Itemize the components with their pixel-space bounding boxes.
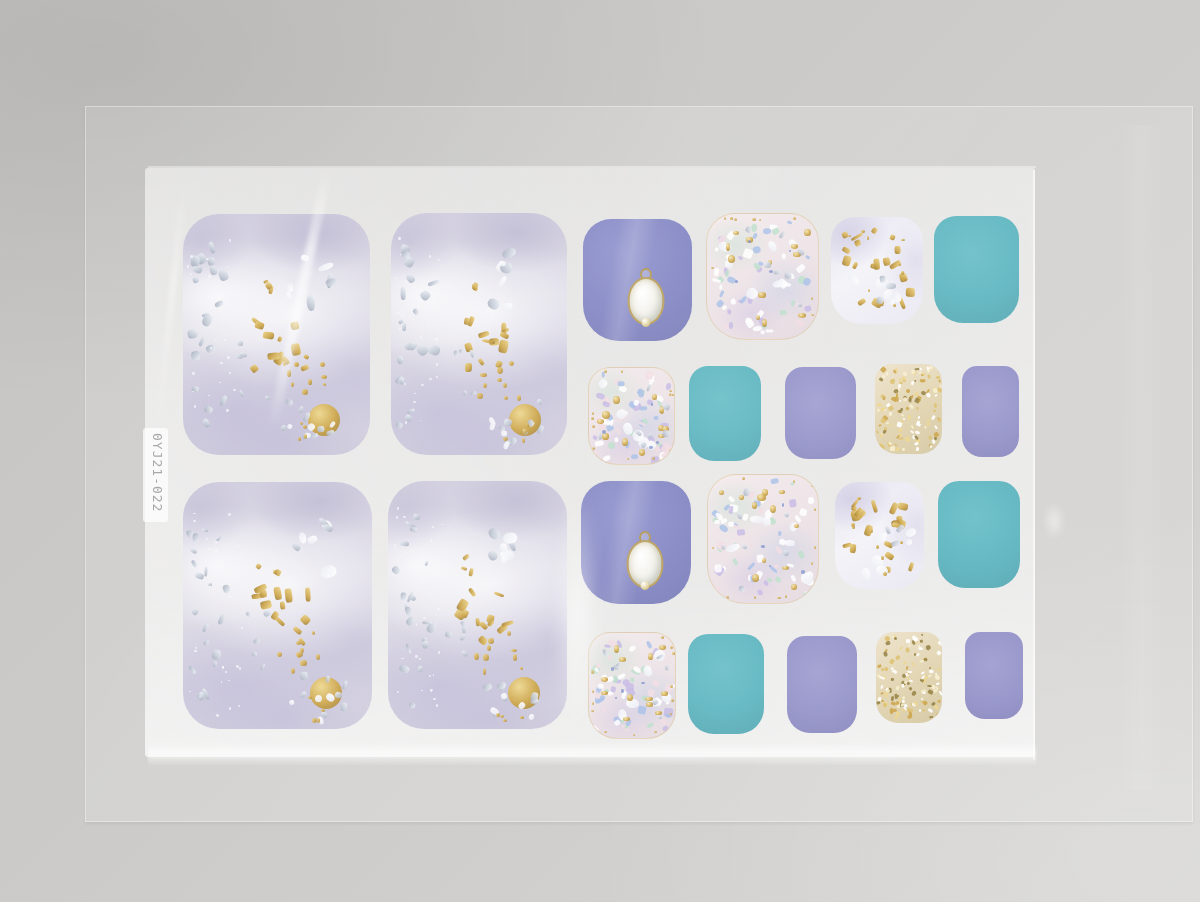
- foil-flake: [882, 703, 887, 707]
- foil-flake: [617, 708, 627, 721]
- foil-flake: [482, 682, 493, 692]
- foil-flake: [425, 620, 438, 634]
- foil-flake: [875, 276, 891, 291]
- foil-flake: [880, 276, 886, 283]
- foil-flake: [616, 674, 623, 681]
- foil-flake: [779, 490, 785, 494]
- foil-flake: [651, 403, 653, 406]
- foil-flake: [904, 681, 908, 684]
- foil-flake: [187, 664, 196, 674]
- foil-flake: [194, 405, 196, 407]
- foil-flake: [738, 299, 744, 304]
- foil-flake: [636, 390, 645, 395]
- foil-flake: [215, 541, 217, 543]
- foil-flake: [737, 529, 745, 536]
- foil-flake: [761, 545, 765, 549]
- foil-flake: [649, 697, 661, 708]
- foil-flake: [664, 707, 674, 717]
- foil-flake: [606, 418, 615, 427]
- foil-flake: [778, 231, 786, 240]
- foil-flake: [487, 645, 491, 650]
- foil-flake: [520, 667, 524, 670]
- foil-flake: [811, 297, 813, 300]
- foil-flake: [880, 366, 886, 372]
- foil-flake: [763, 228, 772, 234]
- foil-flake: [933, 436, 937, 440]
- foil-flake: [318, 716, 325, 725]
- foil-flake: [880, 667, 884, 671]
- foil-flake: [422, 637, 428, 643]
- foil-flake: [897, 297, 905, 310]
- foil-flake: [454, 609, 467, 621]
- nail-sticker-gold-foil: [831, 217, 923, 324]
- foil-flake: [461, 553, 470, 561]
- foil-flake: [890, 540, 900, 548]
- foil-flake: [198, 336, 206, 347]
- foil-flake: [807, 497, 813, 504]
- foil-flake: [500, 694, 509, 702]
- foil-flake: [886, 689, 891, 694]
- foil-flake: [901, 239, 904, 241]
- foil-flake: [437, 608, 440, 611]
- foil-flake: [793, 217, 796, 220]
- foil-flake: [218, 268, 230, 282]
- foil-flake: [294, 362, 299, 367]
- foil-flake: [193, 520, 196, 522]
- nail-sticker-teal: [938, 481, 1020, 588]
- foil-flake: [190, 273, 192, 275]
- foil-flake: [186, 529, 195, 538]
- foil-flake: [857, 497, 861, 500]
- foil-flake: [848, 235, 850, 237]
- foil-flake: [895, 524, 904, 534]
- foil-flake: [878, 424, 881, 427]
- foil-flake: [655, 698, 662, 704]
- foil-flake: [339, 702, 347, 713]
- foil-flake: [500, 715, 504, 718]
- foil-flake: [919, 371, 923, 375]
- foil-flake: [847, 274, 861, 286]
- foil-flake: [229, 372, 231, 374]
- foil-flake: [762, 319, 767, 327]
- foil-flake: [501, 620, 513, 627]
- foil-flake: [914, 397, 920, 403]
- foil-flake: [304, 432, 312, 439]
- bag-right-sheen: [1118, 125, 1164, 790]
- foil-flake: [421, 384, 424, 386]
- foil-flake: [922, 678, 928, 684]
- foil-flake: [756, 554, 764, 563]
- foil-flake: [191, 559, 199, 568]
- foil-flake: [317, 261, 334, 273]
- foil-flake: [189, 691, 192, 693]
- foil-flake: [274, 354, 285, 366]
- foil-flake: [891, 396, 897, 402]
- foil-flake: [726, 243, 731, 251]
- foil-flake: [757, 494, 765, 501]
- foil-flake: [725, 541, 741, 553]
- foil-flake: [596, 392, 606, 400]
- foil-flake: [213, 294, 215, 297]
- foil-flake: [889, 708, 894, 713]
- foil-flake: [260, 600, 272, 610]
- foil-flake: [527, 418, 536, 427]
- foil-flake: [202, 529, 209, 533]
- foil-flake: [721, 305, 727, 311]
- foil-flake: [901, 709, 906, 712]
- foil-flake: [662, 402, 671, 410]
- foil-flake: [533, 699, 540, 706]
- foil-flake: [842, 246, 851, 254]
- foil-flake: [523, 429, 527, 434]
- foil-flake: [938, 384, 942, 388]
- foil-flake: [637, 436, 650, 449]
- foil-flake: [600, 396, 611, 407]
- foil-flake: [914, 702, 918, 706]
- foil-flake: [471, 283, 477, 290]
- foil-flake: [897, 410, 899, 413]
- foil-flake: [620, 673, 627, 679]
- foil-flake: [329, 420, 337, 428]
- foil-flake: [658, 434, 665, 438]
- foil-flake: [794, 524, 799, 528]
- foil-flake: [914, 430, 920, 434]
- foil-flake: [925, 392, 931, 398]
- foil-flake: [767, 240, 778, 253]
- foil-flake: [717, 237, 725, 245]
- foil-flake: [421, 690, 423, 692]
- foil-flake: [418, 304, 420, 306]
- foil-flake: [283, 361, 286, 366]
- foil-flake: [923, 709, 926, 713]
- foil-flake: [765, 330, 773, 333]
- foil-flake: [398, 664, 410, 675]
- foil-flake: [195, 647, 198, 649]
- foil-flake: [933, 409, 937, 413]
- foil-flake: [236, 665, 239, 668]
- foil-flake: [790, 300, 796, 307]
- foil-flake: [778, 530, 782, 536]
- foil-flake: [911, 635, 917, 641]
- foil-flake: [878, 403, 882, 406]
- foil-flake: [648, 373, 655, 380]
- foil-flake: [420, 336, 422, 338]
- foil-flake: [729, 503, 739, 512]
- foil-flake: [303, 412, 311, 423]
- foil-flake: [613, 664, 620, 670]
- foil-flake: [326, 694, 335, 702]
- foil-flake: [616, 427, 621, 434]
- nail-sticker-purple-gem: [581, 481, 691, 604]
- foil-flake: [493, 710, 500, 718]
- foil-flake: [396, 516, 398, 519]
- foil-flake: [296, 641, 300, 645]
- foil-flake: [476, 618, 481, 626]
- foil-flake: [922, 700, 928, 706]
- foil-flake: [934, 675, 939, 679]
- foil-flake: [619, 385, 629, 393]
- foil-flake: [882, 374, 886, 379]
- foil-flake: [595, 685, 603, 694]
- foil-flake: [884, 666, 890, 672]
- foil-flake: [711, 509, 721, 518]
- foil-flake: [398, 377, 404, 385]
- foil-flake: [909, 708, 914, 713]
- foil-flake: [770, 505, 776, 513]
- foil-flake: [896, 435, 900, 440]
- foil-flake: [662, 429, 670, 437]
- foil-flake: [479, 621, 489, 631]
- foil-flake: [711, 267, 714, 269]
- foil-flake: [438, 259, 440, 261]
- foil-flake: [884, 540, 894, 548]
- foil-flake: [273, 570, 278, 575]
- foil-flake: [317, 517, 329, 529]
- foil-flake: [899, 378, 902, 383]
- foil-flake: [720, 565, 727, 572]
- foil-flake: [262, 279, 268, 284]
- foil-flake: [879, 677, 884, 681]
- foil-flake: [899, 399, 902, 402]
- foil-flake: [913, 640, 918, 644]
- foil-flake: [889, 659, 895, 665]
- foil-flake: [752, 246, 760, 254]
- foil-flake: [672, 652, 675, 654]
- foil-flake: [903, 371, 909, 376]
- foil-flake: [602, 648, 609, 656]
- nail-sticker-pastel-glitter: [588, 632, 676, 739]
- foil-flake: [901, 271, 904, 275]
- foil-flake: [498, 339, 509, 353]
- foil-flake: [733, 231, 739, 236]
- foil-flake: [300, 660, 307, 665]
- foil-flake: [480, 373, 487, 377]
- foil-flake: [309, 433, 319, 439]
- foil-flake: [800, 572, 814, 585]
- foil-flake: [654, 731, 657, 734]
- foil-flake: [464, 391, 468, 396]
- foil-flake: [715, 247, 720, 252]
- foil-flake: [486, 297, 501, 311]
- foil-flake: [914, 652, 917, 655]
- foil-flake: [404, 602, 410, 611]
- foil-flake: [306, 422, 316, 432]
- foil-flake: [919, 379, 923, 383]
- foil-flake: [898, 410, 903, 414]
- foil-flake: [224, 339, 226, 341]
- foil-flake: [410, 526, 418, 533]
- foil-flake: [602, 433, 609, 439]
- foil-flake: [791, 482, 795, 486]
- foil-flake: [902, 274, 908, 281]
- nail-sticker-teal: [934, 216, 1019, 323]
- foil-flake: [502, 532, 517, 544]
- foil-flake: [842, 542, 851, 548]
- foil-flake: [911, 662, 916, 667]
- foil-flake: [890, 667, 894, 671]
- foil-flake: [787, 563, 795, 568]
- foil-flake: [791, 243, 797, 249]
- foil-flake: [914, 435, 919, 441]
- foil-flake: [421, 282, 423, 284]
- foil-flake: [907, 643, 911, 647]
- foil-flake: [400, 541, 410, 547]
- foil-flake: [417, 666, 424, 673]
- foil-flake: [202, 687, 211, 700]
- foil-flake: [639, 449, 645, 456]
- foil-flake: [717, 234, 727, 245]
- foil-flake: [897, 695, 900, 698]
- foil-flake: [746, 237, 754, 242]
- foil-flake: [456, 598, 469, 612]
- foil-flake: [900, 702, 905, 707]
- foil-flake: [404, 521, 415, 529]
- foil-flake: [613, 396, 620, 404]
- foil-flake: [306, 295, 316, 312]
- nail-sticker-marble: [388, 481, 567, 729]
- foil-flake: [262, 610, 271, 619]
- foil-flake: [494, 591, 505, 597]
- foil-flake: [227, 303, 229, 305]
- foil-flake: [849, 543, 856, 552]
- foil-flake: [203, 639, 210, 646]
- foil-flake: [931, 414, 936, 419]
- foil-flake: [433, 674, 435, 676]
- foil-flake: [888, 405, 894, 410]
- foil-flake: [913, 435, 918, 440]
- foil-flake: [607, 690, 614, 696]
- foil-flake: [276, 336, 282, 343]
- foil-flake: [308, 379, 312, 385]
- foil-flake: [496, 623, 508, 634]
- foil-flake: [219, 382, 221, 384]
- foil-flake: [886, 371, 890, 375]
- foil-flake: [742, 477, 745, 480]
- foil-flake: [749, 575, 757, 584]
- foil-flake: [774, 270, 782, 275]
- foil-flake: [793, 301, 800, 307]
- foil-flake: [782, 566, 789, 570]
- foil-flake: [772, 278, 787, 288]
- foil-flake: [397, 507, 399, 510]
- foil-flake: [307, 534, 319, 545]
- foil-flake: [639, 389, 645, 395]
- foil-flake: [910, 395, 913, 399]
- foil-flake: [631, 669, 640, 675]
- foil-flake: [788, 499, 796, 508]
- foil-flake: [814, 508, 816, 511]
- foil-flake: [886, 637, 890, 641]
- foil-flake: [900, 407, 904, 411]
- foil-flake: [262, 331, 274, 340]
- foil-flake: [789, 272, 796, 279]
- foil-flake: [919, 660, 924, 663]
- foil-flake: [713, 517, 720, 524]
- foil-flake: [637, 706, 646, 716]
- foil-flake: [604, 644, 611, 648]
- foil-flake: [930, 444, 932, 447]
- foil-flake: [629, 644, 637, 652]
- foil-flake: [883, 415, 889, 421]
- nail-sticker-teal: [689, 366, 761, 461]
- foil-flake: [592, 434, 598, 440]
- foil-flake: [436, 704, 438, 707]
- foil-flake: [317, 718, 321, 723]
- foil-flake: [647, 436, 656, 443]
- foil-flake: [929, 669, 934, 674]
- foil-flake: [509, 404, 541, 436]
- foil-flake: [767, 578, 773, 583]
- foil-flake: [300, 648, 303, 652]
- foil-flake: [596, 663, 601, 668]
- foil-flake: [897, 519, 906, 529]
- foil-flake: [201, 623, 209, 633]
- foil-flake: [895, 246, 901, 254]
- foil-flake: [228, 513, 231, 516]
- foil-flake: [907, 714, 913, 719]
- foil-flake: [659, 645, 666, 650]
- foil-flake: [469, 350, 474, 358]
- foil-flake: [592, 690, 594, 693]
- foil-flake: [406, 591, 415, 604]
- foil-flake: [602, 401, 607, 406]
- foil-flake: [499, 261, 513, 274]
- foil-flake: [755, 266, 763, 274]
- foil-flake: [876, 701, 881, 706]
- foil-flake: [403, 255, 415, 268]
- foil-flake: [291, 668, 295, 674]
- foil-flake: [883, 572, 887, 576]
- foil-flake: [661, 691, 669, 696]
- foil-flake: [274, 615, 286, 627]
- foil-flake: [217, 613, 226, 625]
- foil-flake: [889, 413, 892, 416]
- foil-flake: [474, 653, 479, 660]
- foil-flake: [602, 454, 611, 462]
- foil-flake: [898, 428, 903, 432]
- foil-flake: [625, 441, 630, 449]
- foil-flake: [892, 708, 897, 712]
- foil-flake: [928, 674, 932, 678]
- foil-flake: [927, 685, 932, 688]
- foil-flake: [782, 549, 790, 557]
- foil-flake: [774, 545, 783, 554]
- foil-flake: [631, 455, 638, 460]
- foil-flake: [594, 666, 600, 672]
- foil-flake: [938, 699, 941, 702]
- foil-flake: [233, 389, 236, 391]
- foil-flake: [724, 504, 732, 512]
- foil-flake: [298, 637, 306, 646]
- foil-flake: [921, 671, 925, 675]
- foil-flake: [880, 685, 883, 689]
- foil-flake: [504, 439, 512, 446]
- foil-flake: [893, 389, 898, 394]
- foil-flake: [652, 394, 657, 399]
- foil-flake: [219, 395, 228, 407]
- foil-flake: [399, 328, 401, 330]
- foil-flake: [238, 705, 240, 707]
- foil-flake: [412, 513, 420, 521]
- foil-flake: [601, 707, 607, 713]
- foil-flake: [718, 290, 724, 298]
- foil-flake: [883, 408, 887, 412]
- foil-flake: [762, 580, 769, 587]
- foil-flake: [631, 400, 643, 411]
- foil-flake: [659, 717, 667, 725]
- foil-flake: [896, 701, 899, 706]
- foil-flake: [904, 528, 917, 539]
